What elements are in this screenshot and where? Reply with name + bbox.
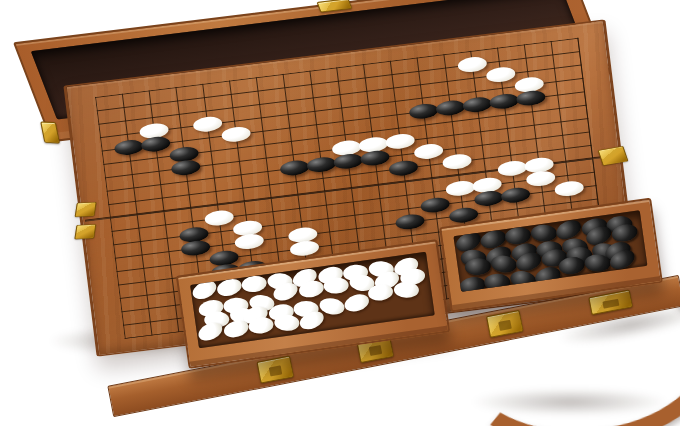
white-stone xyxy=(192,115,223,133)
black-stone xyxy=(515,89,546,107)
black-stone xyxy=(461,96,492,114)
white-stone xyxy=(203,209,234,227)
lid-corner-brass xyxy=(40,121,60,143)
black-stone xyxy=(359,149,390,167)
black-stone xyxy=(332,152,363,170)
white-stone xyxy=(457,55,488,73)
black-stone-tray-well xyxy=(453,210,647,292)
white-tray-stone xyxy=(324,277,350,294)
black-tray-stone xyxy=(465,258,492,276)
white-stone xyxy=(497,159,528,177)
white-stone xyxy=(233,232,264,250)
white-stone xyxy=(445,179,476,197)
black-stone xyxy=(473,189,504,207)
white-stone xyxy=(525,169,556,187)
go-case-photo xyxy=(0,0,680,426)
fold-hinge-right xyxy=(598,146,629,166)
white-stone xyxy=(384,132,415,150)
black-stone xyxy=(488,92,519,110)
black-stone xyxy=(140,135,171,153)
black-tray-stone xyxy=(508,269,536,290)
black-tray-stone xyxy=(584,254,610,272)
brass-clasp xyxy=(256,355,294,383)
white-stone xyxy=(553,180,584,198)
white-tray-stone xyxy=(394,281,419,298)
black-tray-stone xyxy=(458,275,486,292)
white-stone xyxy=(220,125,251,143)
black-stone xyxy=(500,186,531,204)
fold-hinge-left xyxy=(74,224,96,239)
white-stone xyxy=(441,152,472,170)
white-tray-stone xyxy=(248,316,275,335)
black-stone xyxy=(394,213,425,231)
black-stone xyxy=(419,196,450,214)
fold-hinge-left xyxy=(75,202,97,217)
white-tray-stone xyxy=(274,314,300,331)
brass-clasp-handle-mount xyxy=(486,310,524,338)
brass-latch-plate xyxy=(588,289,633,315)
black-stone xyxy=(435,99,466,117)
white-stone xyxy=(413,142,444,160)
black-stone xyxy=(279,159,310,177)
black-stone xyxy=(408,102,439,120)
black-stone xyxy=(170,159,201,177)
white-tray-stone xyxy=(215,276,244,298)
white-stone xyxy=(485,65,516,83)
black-stone xyxy=(388,159,419,177)
white-stone xyxy=(289,239,320,257)
white-tray-stone xyxy=(241,275,268,294)
black-stone xyxy=(306,156,337,174)
black-tray-stone xyxy=(531,224,558,242)
white-tray-stone xyxy=(343,292,372,315)
black-stone xyxy=(180,239,211,257)
black-tray-stone xyxy=(484,274,510,291)
lid-latch-plate xyxy=(317,0,353,13)
black-stone xyxy=(113,138,144,156)
